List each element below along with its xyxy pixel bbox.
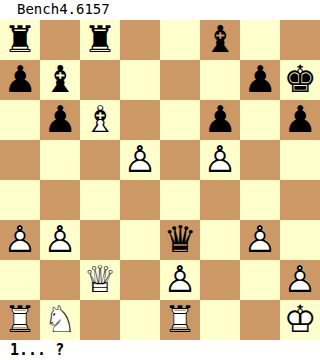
square-g7[interactable]: ♟ [240,60,280,100]
square-c4[interactable] [80,180,120,220]
square-b6[interactable]: ♟ [40,100,80,140]
square-c8[interactable]: ♜ [80,20,120,60]
square-h1[interactable]: ♚♔ [280,300,320,340]
black-king: ♚ [280,60,320,100]
white-pawn: ♙ [160,260,200,300]
square-d4[interactable] [120,180,160,220]
square-g3[interactable]: ♟♙ [240,220,280,260]
square-b3[interactable]: ♟♙ [40,220,80,260]
move-prompt: 1... ? [0,340,320,360]
square-a4[interactable] [0,180,40,220]
black-rook: ♜ [0,20,40,60]
square-e5[interactable] [160,140,200,180]
square-g5[interactable] [240,140,280,180]
white-pawn: ♙ [280,260,320,300]
square-a5[interactable] [0,140,40,180]
square-g6[interactable] [240,100,280,140]
square-f3[interactable] [200,220,240,260]
puzzle-title: Bench4.6157 [0,0,320,20]
square-c3[interactable] [80,220,120,260]
square-e3[interactable]: ♛ [160,220,200,260]
square-f5[interactable]: ♟♙ [200,140,240,180]
black-rook: ♜ [80,20,120,60]
square-f6[interactable]: ♟ [200,100,240,140]
white-queen: ♕ [80,260,120,300]
square-f8[interactable]: ♝ [200,20,240,60]
square-h3[interactable] [280,220,320,260]
square-e4[interactable] [160,180,200,220]
white-pawn: ♙ [200,140,240,180]
square-d7[interactable] [120,60,160,100]
square-e1[interactable]: ♜♖ [160,300,200,340]
white-pawn: ♙ [120,140,160,180]
white-bishop: ♗ [80,100,120,140]
square-a2[interactable] [0,260,40,300]
square-c1[interactable] [80,300,120,340]
square-b2[interactable] [40,260,80,300]
square-b4[interactable] [40,180,80,220]
square-f1[interactable] [200,300,240,340]
black-bishop: ♝ [200,20,240,60]
white-king: ♔ [280,300,320,340]
white-rook: ♖ [0,300,40,340]
square-h5[interactable] [280,140,320,180]
square-b5[interactable] [40,140,80,180]
square-e2[interactable]: ♟♙ [160,260,200,300]
square-d1[interactable] [120,300,160,340]
square-c6[interactable]: ♝♗ [80,100,120,140]
square-d2[interactable] [120,260,160,300]
square-b7[interactable]: ♝ [40,60,80,100]
square-h7[interactable]: ♚ [280,60,320,100]
square-c5[interactable] [80,140,120,180]
square-h4[interactable] [280,180,320,220]
black-queen: ♛ [160,220,200,260]
square-a1[interactable]: ♜♖ [0,300,40,340]
white-pawn: ♙ [40,220,80,260]
black-pawn: ♟ [40,100,80,140]
square-d8[interactable] [120,20,160,60]
square-a3[interactable]: ♟♙ [0,220,40,260]
chess-board: ♜♜♝♟♝♟♚♟♝♗♟♟♟♙♟♙♟♙♟♙♛♟♙♛♕♟♙♟♙♜♖♞♘♜♖♚♔ [0,20,320,340]
square-h8[interactable] [280,20,320,60]
white-knight: ♘ [40,300,80,340]
black-pawn: ♟ [200,100,240,140]
white-pawn: ♙ [0,220,40,260]
square-f2[interactable] [200,260,240,300]
black-pawn: ♟ [240,60,280,100]
white-rook: ♖ [160,300,200,340]
square-e7[interactable] [160,60,200,100]
square-e6[interactable] [160,100,200,140]
square-d5[interactable]: ♟♙ [120,140,160,180]
square-g8[interactable] [240,20,280,60]
square-h2[interactable]: ♟♙ [280,260,320,300]
black-pawn: ♟ [0,60,40,100]
black-bishop: ♝ [40,60,80,100]
square-g2[interactable] [240,260,280,300]
square-g4[interactable] [240,180,280,220]
square-a6[interactable] [0,100,40,140]
white-pawn: ♙ [240,220,280,260]
square-c7[interactable] [80,60,120,100]
square-d6[interactable] [120,100,160,140]
square-h6[interactable]: ♟ [280,100,320,140]
square-a7[interactable]: ♟ [0,60,40,100]
square-f7[interactable] [200,60,240,100]
square-a8[interactable]: ♜ [0,20,40,60]
square-f4[interactable] [200,180,240,220]
black-pawn: ♟ [280,100,320,140]
square-b8[interactable] [40,20,80,60]
square-b1[interactable]: ♞♘ [40,300,80,340]
square-g1[interactable] [240,300,280,340]
square-d3[interactable] [120,220,160,260]
square-e8[interactable] [160,20,200,60]
square-c2[interactable]: ♛♕ [80,260,120,300]
